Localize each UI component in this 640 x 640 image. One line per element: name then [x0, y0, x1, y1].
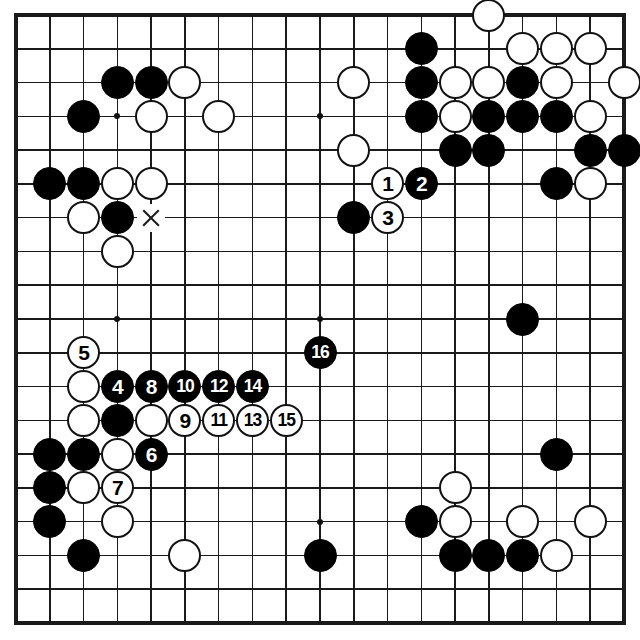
move-number-label: 4 — [112, 376, 123, 397]
white-stone-move-11: 11 — [202, 404, 235, 437]
grid-line-vertical — [353, 15, 355, 623]
grid-line-horizontal — [16, 588, 624, 590]
black-stone — [472, 134, 505, 167]
black-stone — [540, 100, 573, 133]
black-stone — [405, 32, 438, 65]
move-number-label: 11 — [210, 411, 227, 429]
white-stone — [101, 438, 134, 471]
white-stone — [540, 539, 573, 572]
x-mark — [135, 202, 167, 234]
go-diagram-page: 12351648101214911131567 — [0, 0, 640, 640]
white-stone — [540, 32, 573, 65]
black-stone — [101, 66, 134, 99]
move-number-label: 3 — [382, 207, 393, 228]
move-number-label: 2 — [416, 173, 427, 194]
star-point — [317, 316, 323, 322]
black-stone-move-16: 16 — [304, 336, 337, 369]
star-point — [317, 519, 323, 525]
black-stone — [304, 539, 337, 572]
black-stone — [135, 66, 168, 99]
black-stone — [405, 66, 438, 99]
white-stone — [337, 134, 370, 167]
white-stone — [439, 505, 472, 538]
black-stone-move-6: 6 — [135, 438, 168, 471]
black-stone — [506, 100, 539, 133]
white-stone — [574, 505, 607, 538]
white-stone — [574, 167, 607, 200]
black-stone — [506, 66, 539, 99]
white-stone — [67, 201, 100, 234]
move-number-label: 6 — [146, 443, 157, 464]
black-stone — [67, 438, 100, 471]
white-stone — [472, 0, 505, 32]
black-stone — [67, 539, 100, 572]
white-stone — [101, 167, 134, 200]
white-stone — [135, 100, 168, 133]
move-number-label: 9 — [180, 409, 191, 430]
white-stone — [608, 66, 640, 99]
move-number-label: 13 — [244, 411, 261, 429]
black-stone — [67, 100, 100, 133]
black-stone — [506, 303, 539, 336]
move-number-label: 15 — [278, 411, 295, 429]
white-stone — [574, 100, 607, 133]
move-number-label: 7 — [112, 477, 123, 498]
black-stone — [405, 505, 438, 538]
black-stone — [439, 134, 472, 167]
white-stone — [101, 505, 134, 538]
black-stone — [33, 438, 66, 471]
white-stone — [135, 167, 168, 200]
move-number-label: 8 — [146, 376, 157, 397]
black-stone — [574, 134, 607, 167]
white-stone — [439, 471, 472, 504]
white-stone — [67, 370, 100, 403]
black-stone — [608, 134, 640, 167]
black-stone — [506, 539, 539, 572]
black-stone — [439, 539, 472, 572]
move-number-label: 10 — [176, 377, 193, 395]
black-stone-move-8: 8 — [135, 370, 168, 403]
black-stone — [405, 100, 438, 133]
white-stone — [540, 66, 573, 99]
white-stone — [67, 404, 100, 437]
black-stone — [101, 404, 134, 437]
black-stone — [101, 201, 134, 234]
white-stone-move-13: 13 — [236, 404, 269, 437]
white-stone — [439, 100, 472, 133]
move-number-label: 12 — [210, 377, 227, 395]
grid-line-vertical — [387, 15, 389, 623]
black-stone — [540, 438, 573, 471]
move-number-label: 14 — [244, 377, 261, 395]
white-stone — [574, 32, 607, 65]
move-number-label: 16 — [311, 344, 328, 362]
move-number-label: 5 — [78, 342, 89, 363]
white-stone — [439, 66, 472, 99]
black-stone-move-4: 4 — [101, 370, 134, 403]
white-stone — [101, 235, 134, 268]
white-stone — [202, 100, 235, 133]
go-board: 12351648101214911131567 — [0, 0, 640, 640]
white-stone — [135, 404, 168, 437]
move-number-label: 1 — [382, 173, 393, 194]
black-stone-move-14: 14 — [236, 370, 269, 403]
white-stone-move-15: 15 — [270, 404, 303, 437]
